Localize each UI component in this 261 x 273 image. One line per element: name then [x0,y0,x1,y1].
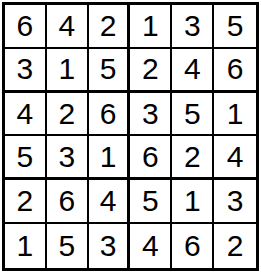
cell-r5c1: 2 [5,180,47,224]
cell-r2c6: 6 [214,49,256,93]
cell-r3c6: 1 [214,93,256,137]
cell-r4c5: 2 [172,136,214,180]
cell-r4c3: 1 [89,136,131,180]
cell-r3c5: 5 [172,93,214,137]
cell-r4c4: 6 [130,136,172,180]
cell-r1c4: 1 [130,5,172,49]
cell-r6c3: 3 [89,224,131,268]
cell-r5c4: 5 [130,180,172,224]
cell-r5c5: 1 [172,180,214,224]
cell-r1c3: 2 [89,5,131,49]
cell-r3c2: 2 [47,93,89,137]
cell-r2c2: 1 [47,49,89,93]
cell-r4c2: 3 [47,136,89,180]
cell-r1c1: 6 [5,5,47,49]
cell-r6c4: 4 [130,224,172,268]
cell-r2c1: 3 [5,49,47,93]
cell-r2c5: 4 [172,49,214,93]
cell-r2c4: 2 [130,49,172,93]
cell-r3c4: 3 [130,93,172,137]
cell-r6c6: 2 [214,224,256,268]
cell-r1c5: 3 [172,5,214,49]
cell-r1c2: 4 [47,5,89,49]
cell-r5c3: 4 [89,180,131,224]
cell-r6c2: 5 [47,224,89,268]
board-wrapper: 642135315246426351531624264513153462 [0,0,261,273]
cell-r5c6: 3 [214,180,256,224]
cell-r3c3: 6 [89,93,131,137]
cell-r5c2: 6 [47,180,89,224]
cell-r4c6: 4 [214,136,256,180]
sudoku-board: 642135315246426351531624264513153462 [2,2,259,271]
cell-r2c3: 5 [89,49,131,93]
cell-r1c6: 5 [214,5,256,49]
cell-r6c1: 1 [5,224,47,268]
cell-r4c1: 5 [5,136,47,180]
cell-r6c5: 6 [172,224,214,268]
cell-r3c1: 4 [5,93,47,137]
